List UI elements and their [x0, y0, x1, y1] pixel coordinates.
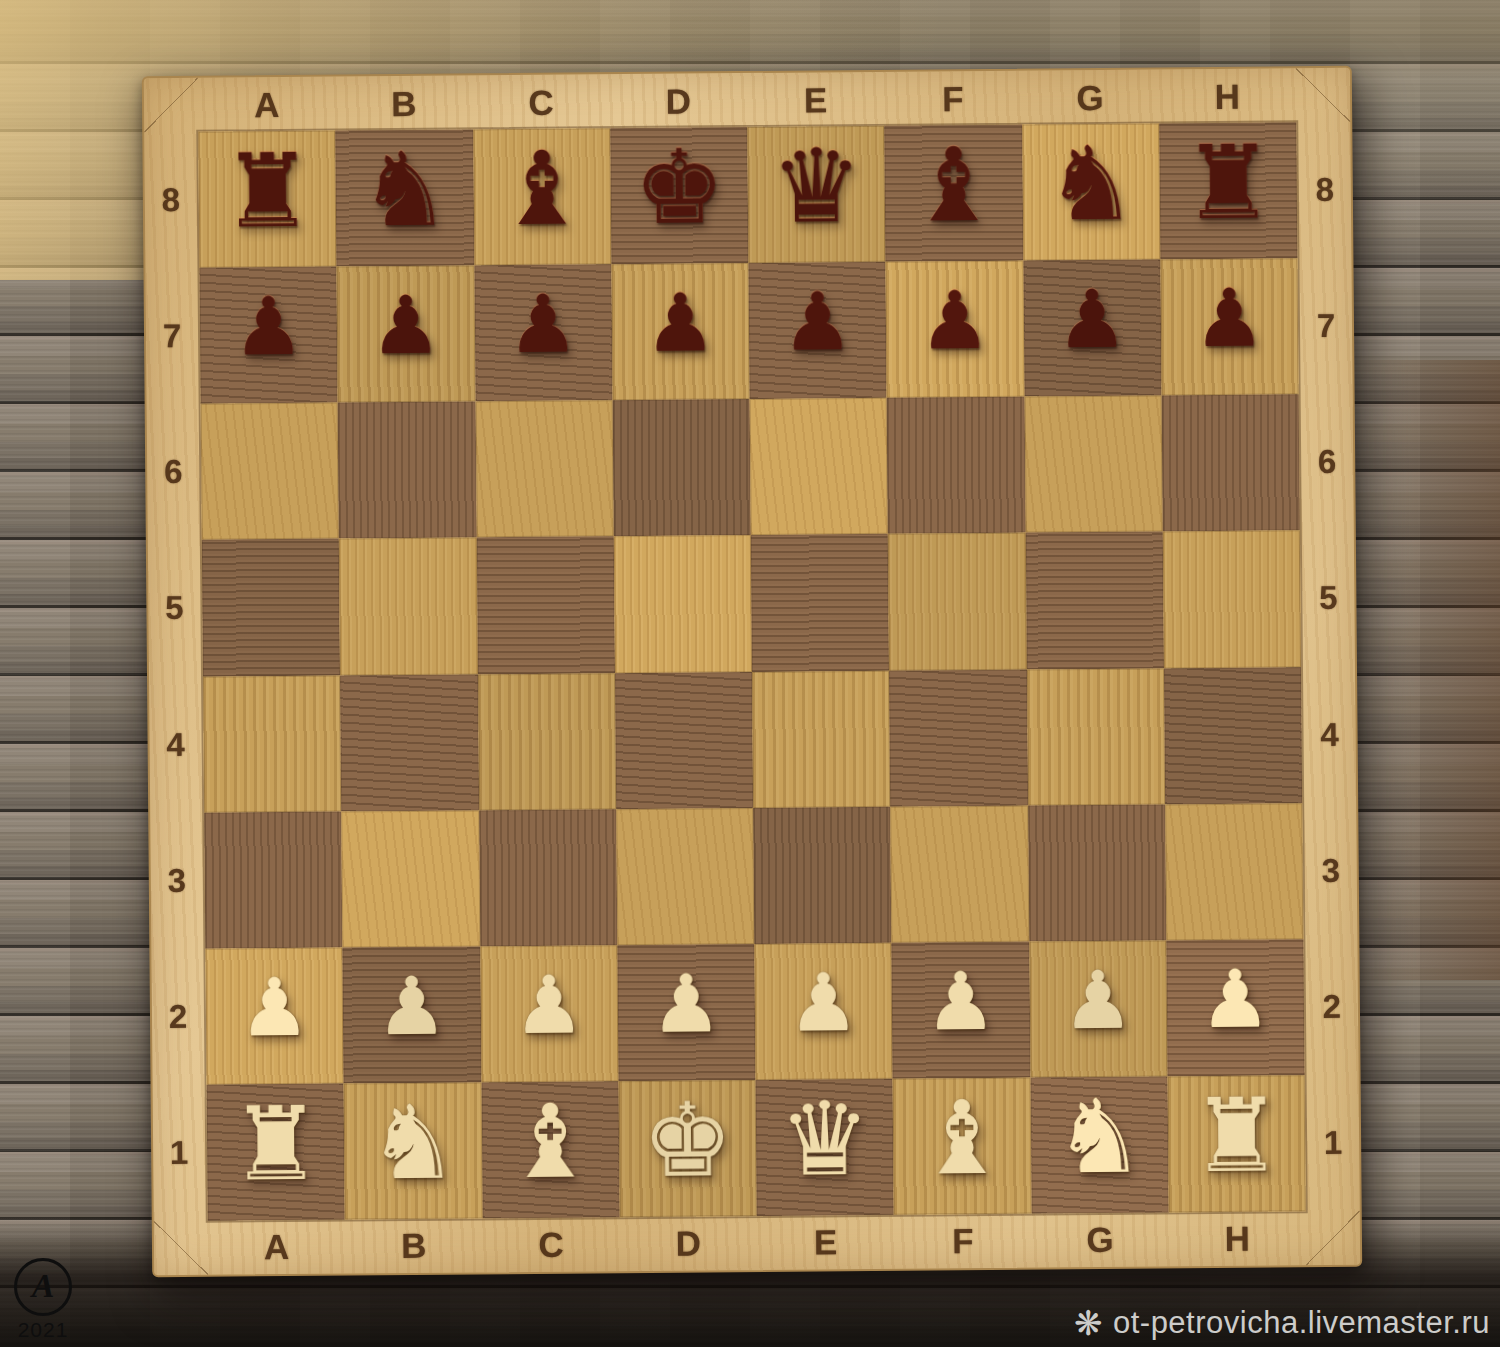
- square-d7[interactable]: ♟: [611, 263, 749, 400]
- piece-white-pawn[interactable]: ♟: [650, 964, 722, 1045]
- maker-logo: A 2021: [8, 1258, 78, 1342]
- square-c1[interactable]: ♝: [481, 1081, 619, 1218]
- square-h1[interactable]: ♜: [1167, 1075, 1305, 1212]
- file-label-bottom-h: H: [1169, 1215, 1307, 1262]
- file-label-top-g: G: [1021, 74, 1159, 121]
- piece-white-rook[interactable]: ♜: [1190, 1084, 1282, 1187]
- piece-black-pawn[interactable]: ♟: [919, 281, 991, 362]
- square-e7[interactable]: ♟: [748, 262, 886, 399]
- snowflake-ornament-icon: ❋: [1074, 1306, 1103, 1340]
- rank-label-left-6: 6: [150, 404, 197, 541]
- square-e1[interactable]: ♛: [756, 1079, 894, 1216]
- watermark: ❋ ot-petrovicha.livemaster.ru: [1074, 1305, 1490, 1341]
- square-h7[interactable]: ♟: [1160, 258, 1298, 395]
- piece-white-knight[interactable]: ♞: [1053, 1086, 1145, 1189]
- piece-black-pawn[interactable]: ♟: [232, 287, 304, 368]
- file-label-bottom-e: E: [757, 1219, 895, 1266]
- file-label-top-f: F: [884, 76, 1022, 123]
- square-f5[interactable]: [888, 533, 1026, 670]
- file-labels-bottom: ABCDEFGH: [208, 1215, 1306, 1271]
- rank-label-right-8: 8: [1301, 122, 1348, 259]
- square-g1[interactable]: ♞: [1030, 1076, 1168, 1213]
- piece-white-pawn[interactable]: ♟: [925, 962, 997, 1043]
- square-g2[interactable]: ♟: [1029, 940, 1167, 1077]
- rank-labels-left: 87654321: [147, 132, 203, 1221]
- square-c2[interactable]: ♟: [480, 945, 618, 1082]
- piece-black-bishop[interactable]: ♝: [907, 134, 999, 237]
- square-a3[interactable]: [204, 811, 342, 948]
- file-label-bottom-f: F: [894, 1218, 1032, 1265]
- piece-black-rook[interactable]: ♜: [1182, 131, 1274, 234]
- piece-white-pawn[interactable]: ♟: [513, 965, 585, 1046]
- square-e3[interactable]: [753, 806, 891, 943]
- file-label-top-b: B: [335, 80, 473, 127]
- rank-label-right-5: 5: [1305, 530, 1352, 667]
- piece-black-pawn[interactable]: ♟: [507, 285, 579, 366]
- square-f1[interactable]: ♝: [893, 1077, 1031, 1214]
- square-h3[interactable]: [1165, 803, 1303, 940]
- photo-scene: ABCDEFGH ABCDEFGH 87654321 87654321 ♜♞♝♚…: [0, 0, 1500, 1347]
- file-labels-top: ABCDEFGH: [198, 73, 1296, 129]
- file-label-bottom-b: B: [345, 1222, 483, 1269]
- piece-black-pawn[interactable]: ♟: [644, 283, 716, 364]
- piece-black-bishop[interactable]: ♝: [496, 137, 588, 240]
- square-g7[interactable]: ♟: [1023, 260, 1161, 397]
- piece-white-pawn[interactable]: ♟: [376, 966, 448, 1047]
- square-c6[interactable]: [475, 400, 613, 537]
- file-label-top-e: E: [747, 77, 885, 124]
- square-d2[interactable]: ♟: [617, 944, 755, 1081]
- square-e8[interactable]: ♛: [747, 126, 885, 263]
- square-d8[interactable]: ♚: [610, 127, 748, 264]
- square-d4[interactable]: [615, 672, 753, 809]
- square-f2[interactable]: ♟: [892, 941, 1030, 1078]
- chess-board: ABCDEFGH ABCDEFGH 87654321 87654321 ♜♞♝♚…: [142, 66, 1362, 1278]
- piece-black-knight[interactable]: ♞: [358, 139, 450, 242]
- square-a4[interactable]: [203, 675, 341, 812]
- square-b1[interactable]: ♞: [344, 1082, 482, 1219]
- piece-white-rook[interactable]: ♜: [230, 1093, 322, 1196]
- square-h6[interactable]: [1161, 394, 1299, 531]
- square-b6[interactable]: [338, 402, 476, 539]
- square-h5[interactable]: [1163, 531, 1301, 668]
- square-d3[interactable]: [616, 808, 754, 945]
- rank-label-left-4: 4: [152, 676, 199, 813]
- rank-label-left-1: 1: [156, 1085, 203, 1222]
- file-label-bottom-a: A: [208, 1224, 346, 1271]
- file-label-bottom-c: C: [482, 1221, 620, 1268]
- square-f6[interactable]: [887, 397, 1025, 534]
- piece-white-pawn[interactable]: ♟: [787, 963, 859, 1044]
- square-d6[interactable]: [612, 399, 750, 536]
- rank-label-right-6: 6: [1304, 394, 1351, 531]
- square-g5[interactable]: [1025, 532, 1163, 669]
- square-c8[interactable]: ♝: [473, 128, 611, 265]
- square-a6[interactable]: [201, 403, 339, 540]
- file-label-top-d: D: [610, 78, 748, 125]
- rank-label-right-7: 7: [1302, 258, 1349, 395]
- piece-white-king[interactable]: ♚: [641, 1089, 733, 1192]
- square-f8[interactable]: ♝: [884, 125, 1022, 262]
- piece-black-pawn[interactable]: ♟: [370, 286, 442, 367]
- square-c5[interactable]: [476, 537, 614, 674]
- square-c7[interactable]: ♟: [474, 264, 612, 401]
- maker-monogram-letter: A: [32, 1269, 55, 1303]
- piece-white-bishop[interactable]: ♝: [504, 1090, 596, 1193]
- square-a7[interactable]: ♟: [199, 267, 337, 404]
- piece-black-knight[interactable]: ♞: [1045, 133, 1137, 236]
- piece-white-pawn[interactable]: ♟: [1062, 960, 1134, 1041]
- file-label-top-a: A: [198, 82, 336, 129]
- square-g4[interactable]: [1026, 668, 1164, 805]
- board-grid: ♜♞♝♚♛♝♞♜♟♟♟♟♟♟♟♟♟♟♟♟♟♟♟♟♜♞♝♚♛♝♞♜: [198, 122, 1305, 1221]
- rank-label-right-2: 2: [1308, 939, 1355, 1076]
- piece-white-bishop[interactable]: ♝: [916, 1087, 1008, 1190]
- square-f3[interactable]: [890, 805, 1028, 942]
- square-g6[interactable]: [1024, 396, 1162, 533]
- piece-white-pawn[interactable]: ♟: [1199, 959, 1271, 1040]
- rank-labels-right: 87654321: [1301, 122, 1357, 1211]
- rank-label-right-1: 1: [1310, 1075, 1357, 1212]
- square-a8[interactable]: ♜: [198, 131, 336, 268]
- square-b2[interactable]: ♟: [343, 946, 481, 1083]
- square-c3[interactable]: [479, 809, 617, 946]
- rank-label-left-8: 8: [147, 132, 194, 269]
- square-g3[interactable]: [1028, 804, 1166, 941]
- square-h4[interactable]: [1164, 667, 1302, 804]
- file-label-bottom-g: G: [1031, 1216, 1169, 1263]
- square-b4[interactable]: [340, 674, 478, 811]
- piece-black-pawn[interactable]: ♟: [1193, 279, 1265, 360]
- rank-label-left-7: 7: [148, 268, 195, 405]
- piece-white-queen[interactable]: ♛: [779, 1088, 871, 1191]
- square-b8[interactable]: ♞: [336, 129, 474, 266]
- piece-black-pawn[interactable]: ♟: [781, 282, 853, 363]
- square-b3[interactable]: [341, 810, 479, 947]
- square-e2[interactable]: ♟: [754, 943, 892, 1080]
- square-c4[interactable]: [478, 673, 616, 810]
- maker-year: 2021: [8, 1318, 78, 1342]
- square-e4[interactable]: [752, 670, 890, 807]
- file-label-bottom-d: D: [620, 1220, 758, 1267]
- square-a1[interactable]: ♜: [207, 1083, 345, 1220]
- square-d1[interactable]: ♚: [618, 1080, 756, 1217]
- square-e6[interactable]: [750, 398, 888, 535]
- square-f4[interactable]: [889, 669, 1027, 806]
- square-h2[interactable]: ♟: [1166, 939, 1304, 1076]
- square-b5[interactable]: [339, 538, 477, 675]
- watermark-text: ot-petrovicha.livemaster.ru: [1113, 1305, 1490, 1341]
- rank-label-left-3: 3: [153, 812, 200, 949]
- rank-label-right-3: 3: [1307, 802, 1354, 939]
- piece-black-king[interactable]: ♚: [633, 136, 725, 239]
- piece-black-pawn[interactable]: ♟: [1056, 280, 1128, 361]
- square-f7[interactable]: ♟: [886, 261, 1024, 398]
- square-b7[interactable]: ♟: [337, 266, 475, 403]
- square-d5[interactable]: [614, 535, 752, 672]
- maker-monogram-icon: A: [14, 1258, 72, 1316]
- square-a2[interactable]: ♟: [205, 947, 343, 1084]
- rank-label-right-4: 4: [1306, 666, 1353, 803]
- rank-label-left-5: 5: [151, 540, 198, 677]
- file-label-top-c: C: [472, 79, 610, 126]
- file-label-top-h: H: [1159, 73, 1297, 120]
- square-h8[interactable]: ♜: [1159, 122, 1297, 259]
- rank-label-left-2: 2: [154, 949, 201, 1086]
- piece-white-pawn[interactable]: ♟: [238, 968, 310, 1049]
- square-a5[interactable]: [202, 539, 340, 676]
- piece-black-rook[interactable]: ♜: [221, 140, 313, 243]
- square-e5[interactable]: [751, 534, 889, 671]
- piece-black-queen[interactable]: ♛: [770, 135, 862, 238]
- piece-white-knight[interactable]: ♞: [367, 1092, 459, 1195]
- square-g8[interactable]: ♞: [1022, 123, 1160, 260]
